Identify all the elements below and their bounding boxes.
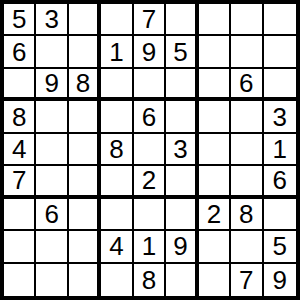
cell-r1c9[interactable]	[264, 4, 296, 36]
cell-r3c8[interactable]: 6	[231, 69, 263, 101]
cell-r7c2[interactable]: 6	[36, 199, 68, 231]
cell-r1c3[interactable]	[69, 4, 101, 36]
cell-r6c6[interactable]	[166, 166, 198, 198]
cell-r1c5[interactable]: 7	[134, 4, 166, 36]
cell-r4c7[interactable]	[199, 101, 231, 133]
cell-r2c7[interactable]	[199, 36, 231, 68]
cell-r5c7[interactable]	[199, 134, 231, 166]
cell-r2c8[interactable]	[231, 36, 263, 68]
cell-r9c5[interactable]: 8	[134, 264, 166, 296]
cell-r2c6[interactable]: 5	[166, 36, 198, 68]
cell-r1c6[interactable]	[166, 4, 198, 36]
cell-r7c6[interactable]	[166, 199, 198, 231]
cell-r6c1[interactable]: 7	[4, 166, 36, 198]
cell-r5c1[interactable]: 4	[4, 134, 36, 166]
cell-r1c8[interactable]	[231, 4, 263, 36]
cell-r9c7[interactable]	[199, 264, 231, 296]
cell-r7c8[interactable]: 8	[231, 199, 263, 231]
cell-r4c9[interactable]: 3	[264, 101, 296, 133]
cell-r4c2[interactable]	[36, 101, 68, 133]
cell-r5c9[interactable]: 1	[264, 134, 296, 166]
cell-r5c5[interactable]	[134, 134, 166, 166]
cell-r9c3[interactable]	[69, 264, 101, 296]
cell-r2c3[interactable]	[69, 36, 101, 68]
cell-r3c5[interactable]	[134, 69, 166, 101]
cell-r7c5[interactable]	[134, 199, 166, 231]
cell-r4c1[interactable]: 8	[4, 101, 36, 133]
cell-r3c6[interactable]	[166, 69, 198, 101]
cell-r7c4[interactable]	[101, 199, 133, 231]
cell-r3c3[interactable]: 8	[69, 69, 101, 101]
cell-r6c3[interactable]	[69, 166, 101, 198]
cell-r7c9[interactable]	[264, 199, 296, 231]
cell-r5c3[interactable]	[69, 134, 101, 166]
cell-r3c1[interactable]	[4, 69, 36, 101]
cell-r6c2[interactable]	[36, 166, 68, 198]
cell-r8c8[interactable]	[231, 231, 263, 263]
cell-r3c9[interactable]	[264, 69, 296, 101]
cell-r2c4[interactable]: 1	[101, 36, 133, 68]
cell-r9c2[interactable]	[36, 264, 68, 296]
sudoku-board: 537619598686348317266284195879	[0, 0, 300, 300]
cell-r6c8[interactable]	[231, 166, 263, 198]
cell-r4c6[interactable]	[166, 101, 198, 133]
cell-r2c2[interactable]	[36, 36, 68, 68]
cell-r8c9[interactable]: 5	[264, 231, 296, 263]
cell-r1c2[interactable]: 3	[36, 4, 68, 36]
cell-r1c1[interactable]: 5	[4, 4, 36, 36]
cell-r2c9[interactable]	[264, 36, 296, 68]
cell-r3c4[interactable]	[101, 69, 133, 101]
cell-r4c8[interactable]	[231, 101, 263, 133]
cell-r9c4[interactable]	[101, 264, 133, 296]
cell-r9c1[interactable]	[4, 264, 36, 296]
cell-r5c2[interactable]	[36, 134, 68, 166]
cell-r3c7[interactable]	[199, 69, 231, 101]
cell-r4c3[interactable]	[69, 101, 101, 133]
cell-r8c1[interactable]	[4, 231, 36, 263]
cell-r9c9[interactable]: 9	[264, 264, 296, 296]
cell-r9c6[interactable]	[166, 264, 198, 296]
cell-r7c3[interactable]	[69, 199, 101, 231]
cell-r1c4[interactable]	[101, 4, 133, 36]
cell-r8c3[interactable]	[69, 231, 101, 263]
cell-r8c4[interactable]: 4	[101, 231, 133, 263]
cell-r7c1[interactable]	[4, 199, 36, 231]
cell-r2c1[interactable]: 6	[4, 36, 36, 68]
cell-r2c5[interactable]: 9	[134, 36, 166, 68]
cell-r9c8[interactable]: 7	[231, 264, 263, 296]
cell-r8c6[interactable]: 9	[166, 231, 198, 263]
cell-r8c7[interactable]	[199, 231, 231, 263]
cell-r6c4[interactable]	[101, 166, 133, 198]
cell-r5c8[interactable]	[231, 134, 263, 166]
cell-r8c5[interactable]: 1	[134, 231, 166, 263]
cell-r5c6[interactable]: 3	[166, 134, 198, 166]
cell-r4c5[interactable]: 6	[134, 101, 166, 133]
cell-r5c4[interactable]: 8	[101, 134, 133, 166]
cell-r6c5[interactable]: 2	[134, 166, 166, 198]
cell-r6c9[interactable]: 6	[264, 166, 296, 198]
cell-r6c7[interactable]	[199, 166, 231, 198]
cell-r7c7[interactable]: 2	[199, 199, 231, 231]
cell-r3c2[interactable]: 9	[36, 69, 68, 101]
cell-r8c2[interactable]	[36, 231, 68, 263]
cell-r1c7[interactable]	[199, 4, 231, 36]
cell-r4c4[interactable]	[101, 101, 133, 133]
